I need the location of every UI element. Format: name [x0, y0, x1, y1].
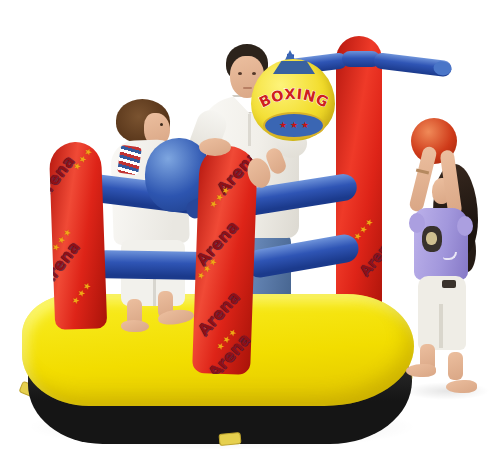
corner-post-left: ★★★ Arena ★★★ Arena ★★★ [49, 141, 107, 330]
girl-shirt-graphic [422, 226, 442, 252]
star-icons: ★★★ [207, 183, 233, 210]
girl-foot [446, 380, 477, 393]
man-eye [238, 72, 242, 75]
boy-foot [121, 320, 149, 332]
star-icons: ★ ★ ★ [279, 121, 309, 130]
bag-label: BOXING [257, 86, 332, 111]
overhead-arm-right [373, 52, 452, 77]
arm-end-cap [433, 60, 453, 76]
girl-leg [448, 352, 463, 380]
boy-eye [160, 123, 163, 126]
arena-label: Arena [49, 151, 79, 205]
anchor-tab [218, 432, 241, 446]
girl-belt [442, 280, 456, 288]
girl-foot [406, 364, 436, 377]
corner-post-front: Arena ★★★ Arena ★★★ Arena ★★★ Arena [192, 145, 258, 375]
girl-sleeve [457, 216, 473, 236]
man-hand [199, 138, 231, 156]
svg-text:BOXING: BOXING [257, 86, 332, 111]
product-photo-stage: ★★★ Arena BOXING ★ ★ ★ [0, 0, 500, 471]
boy-striped-collar [117, 145, 142, 176]
punching-bag: BOXING ★ ★ ★ [250, 50, 338, 146]
bag-star-band: ★ ★ ★ [263, 112, 325, 139]
star-icons: ★★★ [69, 279, 94, 307]
